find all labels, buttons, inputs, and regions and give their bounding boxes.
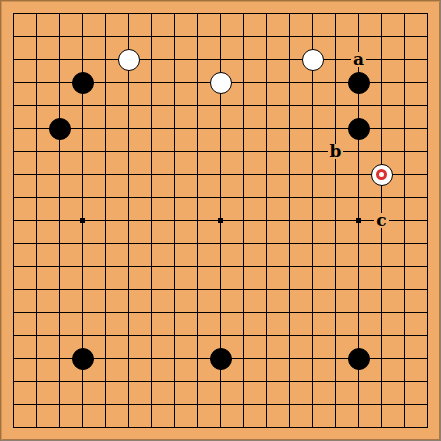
stone-black-D16 [72, 72, 94, 94]
star-point [218, 218, 223, 223]
board-grid: abc [2, 2, 439, 439]
stone-black-C14 [49, 118, 71, 140]
stone-black-Q4 [348, 348, 370, 370]
stone-white-F17 [118, 49, 140, 71]
stone-black-Q16 [348, 72, 370, 94]
star-point [356, 218, 361, 223]
stone-black-K4 [210, 348, 232, 370]
point-label-c: c [374, 213, 389, 228]
circle-marker-icon [376, 169, 387, 180]
stone-white-R12 [371, 164, 393, 186]
stone-black-D4 [72, 348, 94, 370]
point-label-a: a [351, 52, 366, 67]
stone-white-K16 [210, 72, 232, 94]
stone-black-Q14 [348, 118, 370, 140]
go-board: abc [0, 0, 441, 441]
stone-white-O17 [302, 49, 324, 71]
point-label-b: b [328, 144, 343, 159]
star-point [80, 218, 85, 223]
